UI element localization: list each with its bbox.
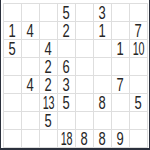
cell-r6c7[interactable] (112, 94, 130, 112)
clue-number: 5 (63, 94, 70, 112)
cell-r3c3: 4 (40, 40, 58, 58)
clue-number: 4 (45, 40, 52, 58)
cell-r6c8: 5 (130, 94, 148, 112)
cell-r6c3: 13 (40, 94, 58, 112)
cell-r6c6: 8 (94, 94, 112, 112)
clue-number: 5 (45, 112, 52, 130)
cell-r7c3: 5 (40, 112, 58, 130)
cell-r2c6: 1 (94, 22, 112, 40)
cell-r8c3[interactable] (40, 130, 58, 148)
cell-r8c7: 9 (112, 130, 130, 148)
cell-r2c4: 2 (58, 22, 76, 40)
puzzle-screen: 53142175411026423713585518889 (0, 0, 150, 150)
cell-r3c7: 1 (112, 40, 130, 58)
cell-r1c7[interactable] (112, 4, 130, 22)
cell-r7c8[interactable] (130, 112, 148, 130)
clue-number: 4 (27, 76, 34, 94)
clue-number: 3 (63, 76, 70, 94)
cell-r5c5[interactable] (76, 76, 94, 94)
cell-r4c3: 2 (40, 58, 58, 76)
cell-r4c5[interactable] (76, 58, 94, 76)
board-frame-bottom-edge (0, 148, 150, 150)
cell-r8c2[interactable] (22, 130, 40, 148)
cell-r2c8: 7 (130, 22, 148, 40)
cell-r5c1[interactable] (4, 76, 22, 94)
cell-r7c6[interactable] (94, 112, 112, 130)
cell-r8c6: 8 (94, 130, 112, 148)
clue-number: 4 (27, 22, 34, 40)
cell-r2c1: 1 (4, 22, 22, 40)
cell-r7c4[interactable] (58, 112, 76, 130)
cell-r3c1: 5 (4, 40, 22, 58)
cell-r4c6[interactable] (94, 58, 112, 76)
board-frame-right-edge (149, 0, 150, 150)
cell-r2c3[interactable] (40, 22, 58, 40)
clue-number: 5 (9, 40, 16, 58)
cell-r1c2[interactable] (22, 4, 40, 22)
cell-r8c1[interactable] (4, 130, 22, 148)
cell-r6c1[interactable] (4, 94, 22, 112)
cell-r3c8: 10 (130, 40, 148, 58)
cell-r4c1[interactable] (4, 58, 22, 76)
clue-number: 18 (61, 130, 72, 148)
cell-r4c4: 6 (58, 58, 76, 76)
cell-r3c4[interactable] (58, 40, 76, 58)
clue-number: 2 (45, 58, 52, 76)
cell-r5c8[interactable] (130, 76, 148, 94)
cell-r3c2[interactable] (22, 40, 40, 58)
clue-number: 1 (117, 40, 124, 58)
cell-r1c5[interactable] (76, 4, 94, 22)
cell-r3c6[interactable] (94, 40, 112, 58)
clue-number: 1 (9, 22, 16, 40)
cell-r1c8[interactable] (130, 4, 148, 22)
clue-number: 8 (99, 130, 106, 148)
cell-r8c4: 18 (58, 130, 76, 148)
cell-r1c4: 5 (58, 4, 76, 22)
cell-r2c5[interactable] (76, 22, 94, 40)
cell-r4c8[interactable] (130, 58, 148, 76)
cell-r5c4: 3 (58, 76, 76, 94)
clue-number: 5 (135, 94, 142, 112)
cell-r4c2[interactable] (22, 58, 40, 76)
clue-number: 9 (117, 130, 124, 148)
clue-number: 7 (117, 76, 124, 94)
cell-r3c5[interactable] (76, 40, 94, 58)
cell-r7c1[interactable] (4, 112, 22, 130)
clue-number: 8 (99, 94, 106, 112)
clue-number: 6 (63, 58, 70, 76)
cell-r2c7[interactable] (112, 22, 130, 40)
clue-number: 7 (135, 22, 142, 40)
clue-number: 1 (99, 22, 106, 40)
cell-r8c5: 8 (76, 130, 94, 148)
clue-number: 13 (43, 94, 54, 112)
cell-r2c2: 4 (22, 22, 40, 40)
clue-number: 8 (81, 130, 88, 148)
puzzle-board[interactable]: 53142175411026423713585518889 (3, 3, 148, 148)
clue-number: 5 (63, 4, 70, 22)
cell-r5c2: 4 (22, 76, 40, 94)
cell-r5c3: 2 (40, 76, 58, 94)
cell-r7c2[interactable] (22, 112, 40, 130)
clue-number: 2 (63, 22, 70, 40)
cell-r5c7: 7 (112, 76, 130, 94)
cell-r6c5[interactable] (76, 94, 94, 112)
clue-number: 10 (133, 40, 144, 58)
cell-r6c4: 5 (58, 94, 76, 112)
cell-r8c8[interactable] (130, 130, 148, 148)
cell-r1c1[interactable] (4, 4, 22, 22)
clue-number: 3 (99, 4, 106, 22)
cell-r4c7[interactable] (112, 58, 130, 76)
board-frame-left-edge (0, 0, 1, 150)
cell-r7c7[interactable] (112, 112, 130, 130)
cell-r6c2[interactable] (22, 94, 40, 112)
clue-number: 2 (45, 76, 52, 94)
cell-r1c6: 3 (94, 4, 112, 22)
cell-r1c3[interactable] (40, 4, 58, 22)
cell-r7c5[interactable] (76, 112, 94, 130)
cell-r5c6[interactable] (94, 76, 112, 94)
